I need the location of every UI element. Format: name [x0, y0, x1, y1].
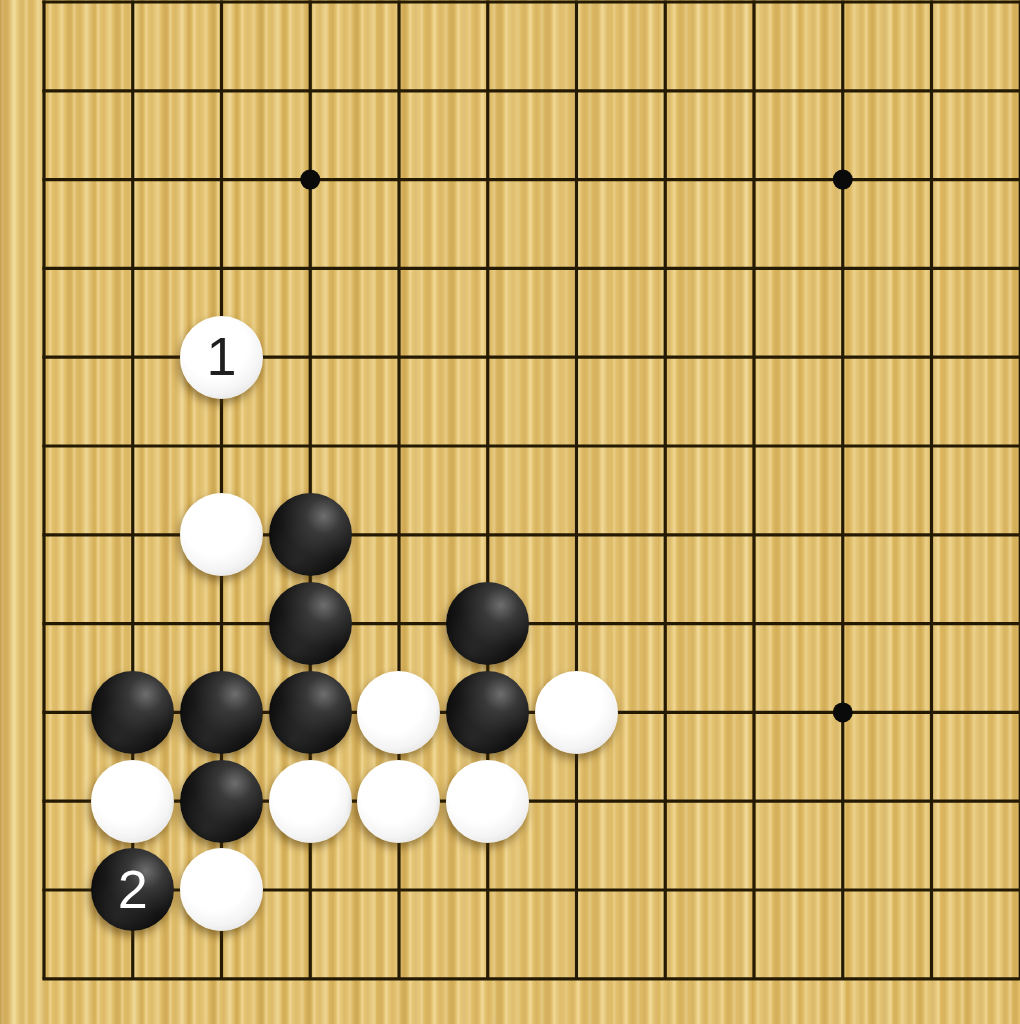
black-stone-F5 — [446, 582, 529, 665]
intersection-G3[interactable] — [532, 757, 621, 846]
intersection-J6[interactable] — [710, 490, 799, 579]
intersection-E3[interactable] — [355, 757, 444, 846]
intersection-E1[interactable] — [355, 934, 444, 1023]
intersection-M2[interactable] — [976, 846, 1020, 935]
intersection-L5[interactable] — [887, 579, 976, 668]
intersection-A12[interactable] — [0, 0, 88, 46]
intersection-D10[interactable] — [266, 135, 355, 224]
intersection-A8[interactable] — [0, 313, 88, 402]
intersection-B9[interactable] — [88, 224, 177, 313]
intersection-G2[interactable] — [532, 846, 621, 935]
intersection-J2[interactable] — [710, 846, 799, 935]
intersection-C12[interactable] — [177, 0, 266, 46]
black-stone-B4 — [91, 671, 174, 754]
intersection-K8[interactable] — [798, 313, 887, 402]
intersection-F9[interactable] — [443, 224, 532, 313]
intersection-B7[interactable] — [88, 402, 177, 491]
intersection-L11[interactable] — [887, 46, 976, 135]
intersection-J4[interactable] — [710, 668, 799, 757]
intersection-L9[interactable] — [887, 224, 976, 313]
intersection-A4[interactable] — [0, 668, 88, 757]
intersection-B3[interactable] — [88, 757, 177, 846]
intersection-H7[interactable] — [621, 402, 710, 491]
intersection-J1[interactable] — [710, 934, 799, 1023]
intersection-J7[interactable] — [710, 402, 799, 491]
intersection-E9[interactable] — [355, 224, 444, 313]
intersection-H10[interactable] — [621, 135, 710, 224]
intersection-M1[interactable] — [976, 934, 1020, 1023]
black-stone-D6 — [269, 493, 352, 576]
intersection-B2[interactable]: 2 — [88, 846, 177, 935]
intersection-H8[interactable] — [621, 313, 710, 402]
intersection-K9[interactable] — [798, 224, 887, 313]
intersection-B5[interactable] — [88, 579, 177, 668]
intersection-F11[interactable] — [443, 46, 532, 135]
intersection-A7[interactable] — [0, 402, 88, 491]
intersection-E8[interactable] — [355, 313, 444, 402]
intersection-C4[interactable] — [177, 668, 266, 757]
black-stone-D5 — [269, 582, 352, 665]
intersection-L6[interactable] — [887, 490, 976, 579]
intersection-B4[interactable] — [88, 668, 177, 757]
intersection-K3[interactable] — [798, 757, 887, 846]
intersection-L7[interactable] — [887, 402, 976, 491]
intersection-D9[interactable] — [266, 224, 355, 313]
intersection-A6[interactable] — [0, 490, 88, 579]
intersection-D5[interactable] — [266, 579, 355, 668]
intersection-M11[interactable] — [976, 46, 1020, 135]
intersection-D1[interactable] — [266, 934, 355, 1023]
intersection-B11[interactable] — [88, 46, 177, 135]
intersection-E10[interactable] — [355, 135, 444, 224]
intersection-E4[interactable] — [355, 668, 444, 757]
intersection-E2[interactable] — [355, 846, 444, 935]
intersection-A9[interactable] — [0, 224, 88, 313]
intersection-D6[interactable] — [266, 490, 355, 579]
intersection-F12[interactable] — [443, 0, 532, 46]
intersection-L4[interactable] — [887, 668, 976, 757]
intersection-G1[interactable] — [532, 934, 621, 1023]
intersection-F8[interactable] — [443, 313, 532, 402]
intersection-E5[interactable] — [355, 579, 444, 668]
intersection-F1[interactable] — [443, 934, 532, 1023]
intersection-J3[interactable] — [710, 757, 799, 846]
intersection-K6[interactable] — [798, 490, 887, 579]
intersection-C2[interactable] — [177, 846, 266, 935]
intersection-C8[interactable]: 1 — [177, 313, 266, 402]
intersection-D11[interactable] — [266, 46, 355, 135]
black-stone-D4 — [269, 671, 352, 754]
white-stone-G4 — [535, 671, 618, 754]
intersection-C5[interactable] — [177, 579, 266, 668]
intersection-D8[interactable] — [266, 313, 355, 402]
intersection-G11[interactable] — [532, 46, 621, 135]
intersection-A3[interactable] — [0, 757, 88, 846]
intersection-G7[interactable] — [532, 402, 621, 491]
intersection-G10[interactable] — [532, 135, 621, 224]
intersection-K12[interactable] — [798, 0, 887, 46]
intersection-K5[interactable] — [798, 579, 887, 668]
intersection-L3[interactable] — [887, 757, 976, 846]
intersection-H4[interactable] — [621, 668, 710, 757]
intersection-L1[interactable] — [887, 934, 976, 1023]
intersection-H12[interactable] — [621, 0, 710, 46]
intersection-J9[interactable] — [710, 224, 799, 313]
white-stone-D3 — [269, 760, 352, 843]
intersection-F4[interactable] — [443, 668, 532, 757]
intersection-B6[interactable] — [88, 490, 177, 579]
intersection-K1[interactable] — [798, 934, 887, 1023]
intersection-G6[interactable] — [532, 490, 621, 579]
white-stone-B3 — [91, 760, 174, 843]
intersection-F10[interactable] — [443, 135, 532, 224]
intersection-G9[interactable] — [532, 224, 621, 313]
intersection-J11[interactable] — [710, 46, 799, 135]
intersection-L12[interactable] — [887, 0, 976, 46]
intersection-E12[interactable] — [355, 0, 444, 46]
move-number-label: 2 — [118, 862, 148, 916]
intersection-C11[interactable] — [177, 46, 266, 135]
intersection-B12[interactable] — [88, 0, 177, 46]
board-intersections: 12 — [0, 0, 1020, 1023]
intersection-A1[interactable] — [0, 934, 88, 1023]
white-stone-C8: 1 — [180, 316, 263, 399]
intersection-E11[interactable] — [355, 46, 444, 135]
intersection-D12[interactable] — [266, 0, 355, 46]
intersection-B8[interactable] — [88, 313, 177, 402]
intersection-H2[interactable] — [621, 846, 710, 935]
intersection-E6[interactable] — [355, 490, 444, 579]
white-stone-C6 — [180, 493, 263, 576]
intersection-M10[interactable] — [976, 135, 1020, 224]
move-number-label: 1 — [206, 329, 236, 383]
intersection-M6[interactable] — [976, 490, 1020, 579]
intersection-C9[interactable] — [177, 224, 266, 313]
intersection-A5[interactable] — [0, 579, 88, 668]
intersection-M7[interactable] — [976, 402, 1020, 491]
intersection-M3[interactable] — [976, 757, 1020, 846]
intersection-C3[interactable] — [177, 757, 266, 846]
intersection-L10[interactable] — [887, 135, 976, 224]
intersection-H6[interactable] — [621, 490, 710, 579]
intersection-H9[interactable] — [621, 224, 710, 313]
intersection-D4[interactable] — [266, 668, 355, 757]
intersection-F5[interactable] — [443, 579, 532, 668]
intersection-F3[interactable] — [443, 757, 532, 846]
intersection-D2[interactable] — [266, 846, 355, 935]
go-board: 12 — [0, 0, 1020, 1024]
intersection-M8[interactable] — [976, 313, 1020, 402]
black-stone-C3 — [180, 760, 263, 843]
intersection-F2[interactable] — [443, 846, 532, 935]
white-stone-E4 — [357, 671, 440, 754]
intersection-D7[interactable] — [266, 402, 355, 491]
intersection-M4[interactable] — [976, 668, 1020, 757]
intersection-C6[interactable] — [177, 490, 266, 579]
intersection-K10[interactable] — [798, 135, 887, 224]
intersection-J10[interactable] — [710, 135, 799, 224]
intersection-D3[interactable] — [266, 757, 355, 846]
intersection-A2[interactable] — [0, 846, 88, 935]
black-stone-C4 — [180, 671, 263, 754]
intersection-G5[interactable] — [532, 579, 621, 668]
intersection-G12[interactable] — [532, 0, 621, 46]
intersection-C1[interactable] — [177, 934, 266, 1023]
black-stone-B2: 2 — [91, 848, 174, 931]
intersection-L2[interactable] — [887, 846, 976, 935]
intersection-M5[interactable] — [976, 579, 1020, 668]
intersection-A10[interactable] — [0, 135, 88, 224]
intersection-C10[interactable] — [177, 135, 266, 224]
intersection-M9[interactable] — [976, 224, 1020, 313]
intersection-B1[interactable] — [88, 934, 177, 1023]
intersection-L8[interactable] — [887, 313, 976, 402]
intersection-G4[interactable] — [532, 668, 621, 757]
white-stone-F3 — [446, 760, 529, 843]
intersection-H5[interactable] — [621, 579, 710, 668]
intersection-J12[interactable] — [710, 0, 799, 46]
intersection-E7[interactable] — [355, 402, 444, 491]
intersection-K4[interactable] — [798, 668, 887, 757]
black-stone-F4 — [446, 671, 529, 754]
intersection-A11[interactable] — [0, 46, 88, 135]
intersection-K2[interactable] — [798, 846, 887, 935]
intersection-J5[interactable] — [710, 579, 799, 668]
white-stone-C2 — [180, 848, 263, 931]
intersection-K7[interactable] — [798, 402, 887, 491]
white-stone-E3 — [357, 760, 440, 843]
intersection-J8[interactable] — [710, 313, 799, 402]
intersection-B10[interactable] — [88, 135, 177, 224]
intersection-C7[interactable] — [177, 402, 266, 491]
intersection-F6[interactable] — [443, 490, 532, 579]
intersection-H3[interactable] — [621, 757, 710, 846]
intersection-K11[interactable] — [798, 46, 887, 135]
intersection-M12[interactable] — [976, 0, 1020, 46]
intersection-H11[interactable] — [621, 46, 710, 135]
intersection-H1[interactable] — [621, 934, 710, 1023]
intersection-G8[interactable] — [532, 313, 621, 402]
intersection-F7[interactable] — [443, 402, 532, 491]
